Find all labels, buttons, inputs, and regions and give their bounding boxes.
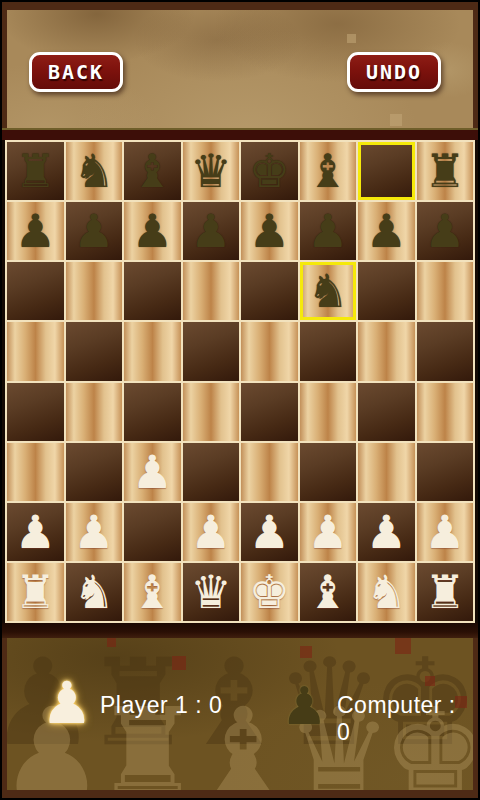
- black-pawn-icon: ♟: [281, 680, 328, 732]
- square-f2[interactable]: ♟: [300, 503, 357, 561]
- accent-square: [455, 696, 467, 708]
- white-piece: ♞: [366, 569, 407, 615]
- square-d2[interactable]: ♟: [183, 503, 240, 561]
- square-e7[interactable]: ♟: [241, 202, 298, 260]
- white-piece: ♜: [15, 569, 56, 615]
- square-g1[interactable]: ♞: [358, 563, 415, 621]
- square-b2[interactable]: ♟: [66, 503, 123, 561]
- square-h5[interactable]: [417, 322, 474, 380]
- black-piece: ♚: [249, 148, 290, 194]
- square-d3[interactable]: [183, 443, 240, 501]
- back-button[interactable]: BACK: [29, 52, 123, 92]
- square-a4[interactable]: [7, 383, 64, 441]
- black-piece: ♟: [73, 208, 114, 254]
- board-top-border: [2, 130, 478, 140]
- square-f5[interactable]: [300, 322, 357, 380]
- square-e6[interactable]: [241, 262, 298, 320]
- square-g6[interactable]: [358, 262, 415, 320]
- square-h4[interactable]: [417, 383, 474, 441]
- black-piece: ♟: [15, 208, 56, 254]
- accent-square: [300, 646, 312, 658]
- white-piece: ♟: [424, 509, 465, 555]
- square-f1[interactable]: ♝: [300, 563, 357, 621]
- screen-frame: BACK UNDO ♜♞♝♛♚♝♜♟♟♟♟♟♟♟♟♞♟♟♟♟♟♟♟♟♜♞♝♛♚♝…: [2, 2, 478, 798]
- square-a2[interactable]: ♟: [7, 503, 64, 561]
- square-f4[interactable]: [300, 383, 357, 441]
- black-piece: ♞: [73, 148, 114, 194]
- black-piece: ♟: [132, 208, 173, 254]
- square-c1[interactable]: ♝: [124, 563, 181, 621]
- black-piece: ♜: [15, 148, 56, 194]
- square-e2[interactable]: ♟: [241, 503, 298, 561]
- white-piece: ♟: [15, 509, 56, 555]
- square-b4[interactable]: [66, 383, 123, 441]
- square-f7[interactable]: ♟: [300, 202, 357, 260]
- white-piece: ♟: [132, 449, 173, 495]
- white-piece: ♟: [307, 509, 348, 555]
- undo-button[interactable]: UNDO: [347, 52, 441, 92]
- square-a7[interactable]: ♟: [7, 202, 64, 260]
- white-piece: ♟: [366, 509, 407, 555]
- square-d1[interactable]: ♛: [183, 563, 240, 621]
- square-b3[interactable]: [66, 443, 123, 501]
- black-piece: ♟: [366, 208, 407, 254]
- white-piece: ♞: [73, 569, 114, 615]
- white-piece: ♚: [249, 569, 290, 615]
- square-e3[interactable]: [241, 443, 298, 501]
- square-h1[interactable]: ♜: [417, 563, 474, 621]
- square-a3[interactable]: [7, 443, 64, 501]
- player-score-label: Player 1 : 0: [100, 692, 222, 719]
- computer-score-label: Computer : 0: [337, 692, 473, 746]
- square-f3[interactable]: [300, 443, 357, 501]
- square-g7[interactable]: ♟: [358, 202, 415, 260]
- square-e1[interactable]: ♚: [241, 563, 298, 621]
- square-b8[interactable]: ♞: [66, 142, 123, 200]
- square-c7[interactable]: ♟: [124, 202, 181, 260]
- accent-square: [172, 656, 186, 670]
- square-c5[interactable]: [124, 322, 181, 380]
- scoreboard-panel: ♟♜♝♛♚♝♞♜♟♝ ♟♜♝♛♚♝♞♜♟♝ ♟ Player 1 : 0 ♟ C…: [2, 638, 478, 798]
- accent-square: [390, 114, 402, 126]
- square-a1[interactable]: ♜: [7, 563, 64, 621]
- accent-square: [347, 34, 356, 43]
- app-screen: BACK UNDO ♜♞♝♛♚♝♜♟♟♟♟♟♟♟♟♞♟♟♟♟♟♟♟♟♜♞♝♛♚♝…: [0, 0, 480, 800]
- white-piece: ♛: [190, 569, 231, 615]
- square-b5[interactable]: [66, 322, 123, 380]
- square-c8[interactable]: ♝: [124, 142, 181, 200]
- square-h3[interactable]: [417, 443, 474, 501]
- square-c4[interactable]: [124, 383, 181, 441]
- square-g2[interactable]: ♟: [358, 503, 415, 561]
- square-a6[interactable]: [7, 262, 64, 320]
- square-f6[interactable]: ♞: [300, 262, 357, 320]
- black-piece: ♜: [424, 148, 465, 194]
- white-piece: ♟: [73, 509, 114, 555]
- black-piece: ♟: [424, 208, 465, 254]
- board-bottom-border: [2, 623, 478, 638]
- white-piece: ♝: [307, 569, 348, 615]
- square-b6[interactable]: [66, 262, 123, 320]
- white-piece: ♜: [424, 569, 465, 615]
- square-d4[interactable]: [183, 383, 240, 441]
- square-g8[interactable]: [358, 142, 415, 200]
- square-c2[interactable]: [124, 503, 181, 561]
- square-f8[interactable]: ♝: [300, 142, 357, 200]
- square-e5[interactable]: [241, 322, 298, 380]
- accent-square: [395, 638, 411, 654]
- square-a5[interactable]: [7, 322, 64, 380]
- square-h6[interactable]: [417, 262, 474, 320]
- black-piece: ♟: [307, 208, 348, 254]
- square-d8[interactable]: ♛: [183, 142, 240, 200]
- accent-square: [107, 638, 116, 647]
- white-piece: ♝: [132, 569, 173, 615]
- black-piece: ♝: [132, 148, 173, 194]
- square-d5[interactable]: [183, 322, 240, 380]
- chess-board: ♜♞♝♛♚♝♜♟♟♟♟♟♟♟♟♞♟♟♟♟♟♟♟♟♜♞♝♛♚♝♞♜: [2, 140, 478, 623]
- square-g3[interactable]: [358, 443, 415, 501]
- white-piece: ♟: [190, 509, 231, 555]
- square-h2[interactable]: ♟: [417, 503, 474, 561]
- square-b1[interactable]: ♞: [66, 563, 123, 621]
- square-c3[interactable]: ♟: [124, 443, 181, 501]
- black-piece: ♟: [249, 208, 290, 254]
- square-e4[interactable]: [241, 383, 298, 441]
- square-e8[interactable]: ♚: [241, 142, 298, 200]
- black-piece: ♝: [307, 148, 348, 194]
- square-d7[interactable]: ♟: [183, 202, 240, 260]
- square-b7[interactable]: ♟: [66, 202, 123, 260]
- accent-square: [425, 676, 435, 686]
- square-g4[interactable]: [358, 383, 415, 441]
- square-h7[interactable]: ♟: [417, 202, 474, 260]
- white-pawn-icon: ♟: [41, 674, 93, 732]
- square-g5[interactable]: [358, 322, 415, 380]
- square-c6[interactable]: [124, 262, 181, 320]
- black-piece: ♟: [190, 208, 231, 254]
- square-d6[interactable]: [183, 262, 240, 320]
- white-piece: ♟: [249, 509, 290, 555]
- square-a8[interactable]: ♜: [7, 142, 64, 200]
- black-piece: ♞: [307, 268, 348, 314]
- top-bar: BACK UNDO: [2, 2, 478, 128]
- square-h8[interactable]: ♜: [417, 142, 474, 200]
- black-piece: ♛: [190, 148, 231, 194]
